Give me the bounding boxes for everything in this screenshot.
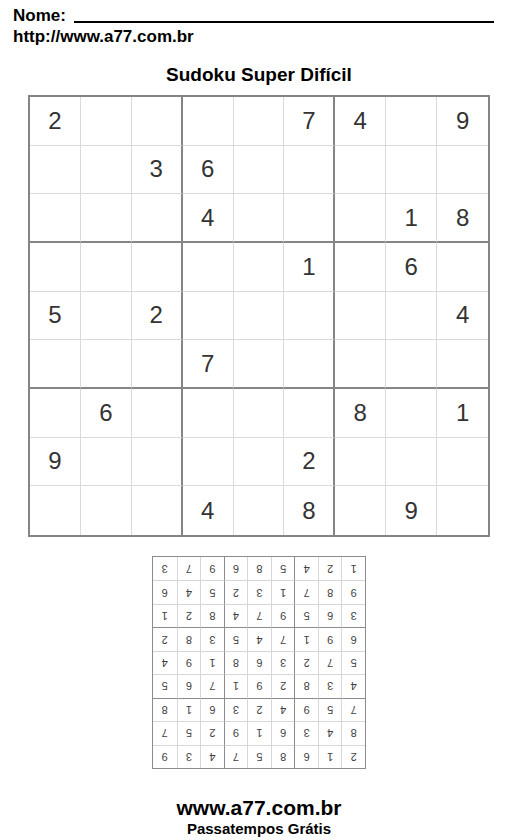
sudoku-cell-r3c1 xyxy=(30,194,81,243)
solution-cell-r5c6: 8 xyxy=(224,651,248,674)
solution-cell-r1c5: 5 xyxy=(247,745,271,768)
solution-cell-r4c1: 4 xyxy=(341,674,365,697)
solution-cell-r1c4: 8 xyxy=(271,745,295,768)
page-title: Sudoku Super Difícil xyxy=(0,64,518,86)
solution-cell-r1c9: 9 xyxy=(153,745,177,768)
solution-cell-r6c4: 7 xyxy=(271,627,295,650)
solution-cell-r3c7: 6 xyxy=(200,698,224,721)
sudoku-cell-r4c8: 6 xyxy=(386,243,437,292)
sudoku-cell-r7c5 xyxy=(234,389,285,438)
sudoku-cell-r7c4 xyxy=(183,389,234,438)
solution-cell-r6c5: 4 xyxy=(247,627,271,650)
sudoku-cell-r2c3: 3 xyxy=(132,146,183,195)
sudoku-cell-r5c6 xyxy=(284,292,335,341)
sudoku-cell-r6c3 xyxy=(132,340,183,389)
sudoku-cell-r8c1: 9 xyxy=(30,438,81,487)
solution-cell-r5c4: 3 xyxy=(271,651,295,674)
solution-cell-r4c2: 3 xyxy=(318,674,342,697)
solution-cell-r5c7: 1 xyxy=(200,651,224,674)
sudoku-cell-r1c4 xyxy=(183,97,234,146)
sudoku-cell-r4c5 xyxy=(234,243,285,292)
sudoku-cell-r5c9: 4 xyxy=(437,292,488,341)
solution-cell-r5c5: 6 xyxy=(247,651,271,674)
solution-cell-r4c5: 9 xyxy=(247,674,271,697)
solution-cell-r9c1: 1 xyxy=(341,557,365,580)
solution-cell-r6c7: 3 xyxy=(200,627,224,650)
sudoku-cell-r3c3 xyxy=(132,194,183,243)
solution-cell-r9c7: 9 xyxy=(200,557,224,580)
solution-cell-r5c1: 5 xyxy=(341,651,365,674)
name-label: Nome: xyxy=(13,7,66,25)
sudoku-cell-r9c8: 9 xyxy=(386,486,437,535)
sudoku-cell-r1c5 xyxy=(234,97,285,146)
sudoku-cell-r7c7: 8 xyxy=(335,389,386,438)
sudoku-cell-r8c5 xyxy=(234,438,285,487)
sudoku-cell-r4c4 xyxy=(183,243,234,292)
solution-cell-r3c2: 5 xyxy=(318,698,342,721)
sudoku-cell-r4c9 xyxy=(437,243,488,292)
sudoku-cell-r9c6: 8 xyxy=(284,486,335,535)
sudoku-cell-r9c9 xyxy=(437,486,488,535)
footer-site-text: www.a77.com.br xyxy=(0,796,518,819)
sudoku-cell-r6c7 xyxy=(335,340,386,389)
sudoku-cell-r6c4: 7 xyxy=(183,340,234,389)
solution-cell-r1c7: 4 xyxy=(200,745,224,768)
sudoku-cell-r5c8 xyxy=(386,292,437,341)
solution-cell-r1c1: 2 xyxy=(341,745,365,768)
sudoku-cell-r3c4: 4 xyxy=(183,194,234,243)
page-footer: www.a77.com.br Passatempos Grátis xyxy=(0,796,518,837)
sudoku-cell-r5c7 xyxy=(335,292,386,341)
solution-cell-r8c1: 9 xyxy=(341,580,365,603)
sudoku-cell-r9c2 xyxy=(81,486,132,535)
solution-cell-r2c9: 7 xyxy=(153,721,177,744)
solution-cell-r8c9: 6 xyxy=(153,580,177,603)
sudoku-cell-r6c9 xyxy=(437,340,488,389)
sudoku-cell-r6c6 xyxy=(284,340,335,389)
sudoku-cell-r5c2 xyxy=(81,292,132,341)
solution-cell-r4c8: 6 xyxy=(177,674,201,697)
sudoku-cell-r4c1 xyxy=(30,243,81,292)
sudoku-cell-r1c9: 9 xyxy=(437,97,488,146)
sudoku-cell-r7c6 xyxy=(284,389,335,438)
sudoku-cell-r2c5 xyxy=(234,146,285,195)
sudoku-cell-r1c6: 7 xyxy=(284,97,335,146)
sudoku-cell-r8c9 xyxy=(437,438,488,487)
solution-cell-r7c4: 9 xyxy=(271,604,295,627)
sudoku-cell-r9c7 xyxy=(335,486,386,535)
sudoku-cell-r7c8 xyxy=(386,389,437,438)
solution-cell-r6c3: 1 xyxy=(294,627,318,650)
solution-cell-r9c9: 3 xyxy=(153,557,177,580)
solution-cell-r7c2: 6 xyxy=(318,604,342,627)
sudoku-cell-r1c1: 2 xyxy=(30,97,81,146)
sudoku-cell-r4c7 xyxy=(335,243,386,292)
solution-cell-r2c2: 4 xyxy=(318,721,342,744)
sudoku-cell-r5c1: 5 xyxy=(30,292,81,341)
solution-cell-r3c8: 1 xyxy=(177,698,201,721)
solution-cell-r9c3: 4 xyxy=(294,557,318,580)
solution-cell-r7c5: 7 xyxy=(247,604,271,627)
solution-cell-r7c8: 2 xyxy=(177,604,201,627)
solution-cell-r2c5: 1 xyxy=(247,721,271,744)
sudoku-cell-r2c7 xyxy=(335,146,386,195)
name-blank-line xyxy=(74,21,494,23)
sudoku-cell-r5c5 xyxy=(234,292,285,341)
name-row: Nome: xyxy=(13,7,494,25)
sudoku-cell-r8c4 xyxy=(183,438,234,487)
sudoku-cell-r3c9: 8 xyxy=(437,194,488,243)
sudoku-cell-r2c1 xyxy=(30,146,81,195)
sudoku-cell-r8c6: 2 xyxy=(284,438,335,487)
sudoku-cell-r8c2 xyxy=(81,438,132,487)
sudoku-cell-r4c2 xyxy=(81,243,132,292)
sudoku-cell-r4c3 xyxy=(132,243,183,292)
sudoku-cell-r2c8 xyxy=(386,146,437,195)
solution-cell-r1c8: 3 xyxy=(177,745,201,768)
sudoku-cell-r3c6 xyxy=(284,194,335,243)
sudoku-cell-r3c5 xyxy=(234,194,285,243)
solution-cell-r9c6: 6 xyxy=(224,557,248,580)
sudoku-cell-r7c2: 6 xyxy=(81,389,132,438)
solution-cell-r9c2: 2 xyxy=(318,557,342,580)
solution-cell-r8c3: 7 xyxy=(294,580,318,603)
solution-cell-r8c6: 2 xyxy=(224,580,248,603)
solution-cell-r7c1: 3 xyxy=(341,604,365,627)
sudoku-cell-r3c2 xyxy=(81,194,132,243)
solution-cell-r4c4: 2 xyxy=(271,674,295,697)
sudoku-cell-r1c3 xyxy=(132,97,183,146)
solution-cell-r7c3: 5 xyxy=(294,604,318,627)
sudoku-cell-r7c1 xyxy=(30,389,81,438)
solution-cell-r2c4: 6 xyxy=(271,721,295,744)
sudoku-cell-r2c4: 6 xyxy=(183,146,234,195)
solution-cell-r5c2: 7 xyxy=(318,651,342,674)
solution-cell-r3c4: 4 xyxy=(271,698,295,721)
solution-cell-r2c6: 9 xyxy=(224,721,248,744)
sudoku-cell-r5c4 xyxy=(183,292,234,341)
sudoku-cell-r9c1 xyxy=(30,486,81,535)
solution-cell-r1c6: 7 xyxy=(224,745,248,768)
sudoku-cell-r9c3 xyxy=(132,486,183,535)
sudoku-cell-r4c6: 1 xyxy=(284,243,335,292)
sudoku-grid: 27493641816524768192489 xyxy=(28,95,490,537)
sudoku-cell-r2c2 xyxy=(81,146,132,195)
solution-cell-r3c9: 8 xyxy=(153,698,177,721)
sudoku-cell-r1c2 xyxy=(81,97,132,146)
sudoku-cell-r6c1 xyxy=(30,340,81,389)
solution-cell-r5c9: 4 xyxy=(153,651,177,674)
solution-cell-r4c6: 1 xyxy=(224,674,248,697)
solution-cell-r8c7: 5 xyxy=(200,580,224,603)
sudoku-cell-r7c3 xyxy=(132,389,183,438)
solution-cell-r8c5: 3 xyxy=(247,580,271,603)
solution-cell-r8c4: 1 xyxy=(271,580,295,603)
solution-cell-r9c5: 8 xyxy=(247,557,271,580)
solution-cell-r7c7: 8 xyxy=(200,604,224,627)
page-header: Nome: http://www.a77.com.br xyxy=(0,0,518,46)
solution-cell-r6c1: 6 xyxy=(341,627,365,650)
solution-cell-r1c3: 6 xyxy=(294,745,318,768)
solution-cell-r3c3: 9 xyxy=(294,698,318,721)
solution-cell-r9c8: 7 xyxy=(177,557,201,580)
sudoku-cell-r6c2 xyxy=(81,340,132,389)
sudoku-cell-r7c9: 1 xyxy=(437,389,488,438)
sudoku-cell-r1c8 xyxy=(386,97,437,146)
solution-cell-r6c2: 9 xyxy=(318,627,342,650)
solution-cell-r5c8: 9 xyxy=(177,651,201,674)
solution-cell-r8c2: 8 xyxy=(318,580,342,603)
sudoku-cell-r9c4: 4 xyxy=(183,486,234,535)
sudoku-cell-r8c8 xyxy=(386,438,437,487)
sudoku-cell-r9c5 xyxy=(234,486,285,535)
sudoku-cell-r5c3: 2 xyxy=(132,292,183,341)
solution-cell-r9c4: 5 xyxy=(271,557,295,580)
solution-cell-r6c6: 5 xyxy=(224,627,248,650)
footer-tagline: Passatempos Grátis xyxy=(0,820,518,837)
solution-grid-rotated: 2168574398436192577594236184382917655723… xyxy=(152,556,366,769)
solution-cell-r4c9: 5 xyxy=(153,674,177,697)
solution-cell-r3c5: 2 xyxy=(247,698,271,721)
site-url-text: http://www.a77.com.br xyxy=(13,27,494,46)
sudoku-cell-r8c7 xyxy=(335,438,386,487)
solution-cell-r6c8: 8 xyxy=(177,627,201,650)
sudoku-cell-r2c6 xyxy=(284,146,335,195)
sudoku-cell-r6c5 xyxy=(234,340,285,389)
solution-cell-r8c8: 4 xyxy=(177,580,201,603)
solution-cell-r2c1: 8 xyxy=(341,721,365,744)
solution-cell-r4c7: 7 xyxy=(200,674,224,697)
solution-cell-r2c8: 5 xyxy=(177,721,201,744)
solution-cell-r1c2: 1 xyxy=(318,745,342,768)
solution-cell-r7c9: 1 xyxy=(153,604,177,627)
solution-cell-r3c1: 7 xyxy=(341,698,365,721)
solution-cell-r7c6: 4 xyxy=(224,604,248,627)
solution-cell-r5c3: 2 xyxy=(294,651,318,674)
sudoku-cell-r6c8 xyxy=(386,340,437,389)
solution-cell-r2c7: 2 xyxy=(200,721,224,744)
sudoku-cell-r8c3 xyxy=(132,438,183,487)
sudoku-cell-r3c7 xyxy=(335,194,386,243)
solution-cell-r2c3: 3 xyxy=(294,721,318,744)
sudoku-cell-r3c8: 1 xyxy=(386,194,437,243)
solution-cell-r4c3: 8 xyxy=(294,674,318,697)
sudoku-cell-r2c9 xyxy=(437,146,488,195)
sudoku-cell-r1c7: 4 xyxy=(335,97,386,146)
solution-cell-r6c9: 2 xyxy=(153,627,177,650)
solution-cell-r3c6: 3 xyxy=(224,698,248,721)
